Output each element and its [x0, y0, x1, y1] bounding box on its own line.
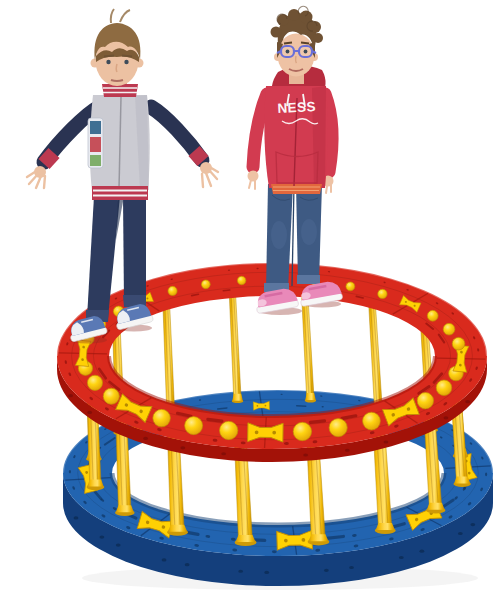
boy-jacket-patch	[88, 118, 103, 168]
vent-slot	[310, 421, 324, 422]
girl-hair-curl	[313, 33, 323, 43]
side-vent-hole	[68, 394, 73, 397]
girl-left-hand	[248, 171, 259, 182]
boy-right-cuff	[194, 151, 203, 161]
boy-left-cuff	[44, 153, 54, 164]
vent-slot	[223, 290, 230, 291]
vent-slot	[218, 408, 227, 409]
boy-mouth	[111, 80, 123, 81]
side-vent-hole	[458, 532, 463, 535]
side-vent-hole	[303, 453, 308, 456]
side-vent-hole	[419, 550, 424, 553]
side-vent-hole	[470, 523, 475, 526]
column	[163, 295, 177, 414]
dome-button	[220, 421, 238, 439]
dome-button	[201, 280, 210, 289]
side-vent-hole	[143, 437, 148, 440]
boy-right-leg	[123, 196, 146, 303]
girl-hair-curl	[271, 27, 282, 38]
dome-button	[103, 388, 119, 404]
side-vent-hole	[185, 563, 190, 566]
boy-eye	[106, 60, 110, 64]
dome-button	[363, 412, 381, 430]
girl-eye	[286, 50, 290, 54]
side-vent-hole	[399, 556, 404, 559]
girl-eye	[304, 50, 308, 54]
column	[229, 284, 243, 403]
girl-jean-hem	[297, 275, 320, 284]
boy-hair-tufts	[111, 9, 130, 23]
side-vent-hole	[162, 558, 167, 561]
side-vent-hole	[74, 516, 79, 519]
dome-button	[237, 276, 245, 284]
side-vent-hole	[444, 416, 449, 419]
side-vent-hole	[180, 446, 185, 449]
dome-button	[185, 417, 203, 435]
side-vent-hole	[345, 449, 350, 452]
girl-hair-curl	[277, 14, 289, 26]
boy-eye	[124, 60, 128, 64]
side-vent-hole	[116, 543, 121, 546]
boy-hem-band	[92, 186, 148, 200]
dome-button	[329, 419, 347, 437]
product-photo: NESS	[0, 0, 493, 600]
girl-jeans-knee-highlight	[301, 219, 317, 245]
dome-button	[346, 282, 355, 291]
side-vent-hole	[221, 452, 226, 455]
dome-button	[452, 337, 465, 350]
girl-head	[271, 6, 324, 76]
side-vent-hole	[324, 569, 329, 572]
dome-button	[168, 286, 177, 295]
scene-svg: NESS	[0, 0, 493, 600]
girl-hoodie-text: NESS	[277, 99, 316, 116]
side-vent-hole	[87, 411, 92, 414]
dome-button	[293, 422, 311, 440]
boy-nose	[116, 64, 117, 72]
girl-jeans-knee-highlight	[271, 221, 287, 249]
dome-button	[153, 409, 171, 427]
dome-button	[87, 375, 102, 390]
side-vent-hole	[264, 571, 269, 574]
boy-head	[91, 9, 144, 86]
side-vent-hole	[99, 536, 104, 539]
dome-button	[443, 323, 455, 335]
boy-collar	[102, 84, 138, 97]
side-vent-hole	[238, 570, 243, 573]
side-vent-hole	[465, 400, 470, 403]
girl-shirt-hem	[271, 184, 322, 194]
dome-button	[427, 310, 438, 321]
dome-button	[436, 380, 452, 396]
dome-button	[378, 289, 387, 298]
vent-slot	[208, 419, 222, 421]
dome-button	[417, 393, 433, 409]
side-vent-hole	[384, 440, 389, 443]
side-vent-hole	[349, 566, 354, 569]
